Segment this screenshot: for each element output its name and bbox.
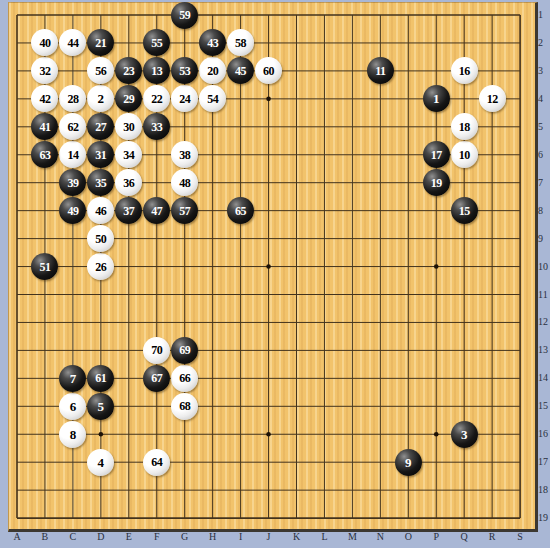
move-number: 39 bbox=[67, 176, 78, 188]
stone-black-59-at-G1[interactable]: 59 bbox=[171, 2, 198, 29]
col-label-Q: Q bbox=[456, 531, 472, 543]
move-number: 54 bbox=[207, 92, 218, 104]
move-number: 4 bbox=[98, 455, 105, 468]
row-label-4: 4 bbox=[538, 93, 550, 105]
move-number: 63 bbox=[39, 148, 50, 160]
col-label-E: E bbox=[121, 531, 137, 543]
move-number: 29 bbox=[123, 92, 134, 104]
move-number: 64 bbox=[151, 456, 162, 468]
col-label-F: F bbox=[149, 531, 165, 543]
move-number: 30 bbox=[123, 120, 134, 132]
row-label-14: 14 bbox=[538, 372, 550, 384]
row-label-15: 15 bbox=[538, 400, 550, 412]
move-number: 19 bbox=[431, 176, 442, 188]
stone-white-16-at-Q3[interactable]: 16 bbox=[451, 57, 478, 84]
stone-white-18-at-Q5[interactable]: 18 bbox=[451, 113, 478, 140]
row-label-12: 12 bbox=[538, 316, 550, 328]
col-label-R: R bbox=[484, 531, 500, 543]
row-label-17: 17 bbox=[538, 456, 550, 468]
row-label-3: 3 bbox=[538, 65, 550, 77]
row-label-7: 7 bbox=[538, 177, 550, 189]
row-label-6: 6 bbox=[538, 149, 550, 161]
col-label-G: G bbox=[177, 531, 193, 543]
move-number: 51 bbox=[39, 260, 50, 272]
col-label-P: P bbox=[428, 531, 444, 543]
move-number: 15 bbox=[459, 204, 470, 216]
move-number: 35 bbox=[95, 176, 106, 188]
row-label-11: 11 bbox=[538, 289, 550, 301]
col-label-L: L bbox=[316, 531, 332, 543]
col-label-D: D bbox=[93, 531, 109, 543]
move-number: 44 bbox=[67, 36, 78, 48]
move-number: 42 bbox=[39, 92, 50, 104]
move-number: 18 bbox=[459, 120, 470, 132]
stone-black-3-at-Q16[interactable]: 3 bbox=[451, 421, 478, 448]
stone-white-12-at-R4[interactable]: 12 bbox=[479, 85, 506, 112]
stone-black-5-at-D15[interactable]: 5 bbox=[87, 393, 114, 420]
row-label-16: 16 bbox=[538, 428, 550, 440]
col-label-K: K bbox=[289, 531, 305, 543]
move-number: 50 bbox=[95, 232, 106, 244]
move-number: 41 bbox=[39, 120, 50, 132]
col-label-H: H bbox=[205, 531, 221, 543]
row-label-10: 10 bbox=[538, 261, 550, 273]
move-number: 68 bbox=[179, 400, 190, 412]
move-number: 26 bbox=[95, 260, 106, 272]
col-label-B: B bbox=[37, 531, 53, 543]
stone-black-17-at-P6[interactable]: 17 bbox=[423, 141, 450, 168]
move-number: 46 bbox=[95, 204, 106, 216]
move-number: 40 bbox=[39, 36, 50, 48]
move-number: 34 bbox=[123, 148, 134, 160]
move-number: 13 bbox=[151, 64, 162, 76]
col-label-O: O bbox=[400, 531, 416, 543]
stone-white-8-at-C16[interactable]: 8 bbox=[59, 421, 86, 448]
move-number: 6 bbox=[70, 399, 77, 412]
move-number: 20 bbox=[207, 64, 218, 76]
move-number: 43 bbox=[207, 36, 218, 48]
move-number: 49 bbox=[67, 204, 78, 216]
stone-white-64-at-F17[interactable]: 64 bbox=[143, 449, 170, 476]
move-number: 8 bbox=[70, 427, 77, 440]
move-number: 60 bbox=[263, 64, 274, 76]
move-number: 17 bbox=[431, 148, 442, 160]
col-label-M: M bbox=[344, 531, 360, 543]
move-number: 14 bbox=[67, 148, 78, 160]
move-number: 66 bbox=[179, 372, 190, 384]
row-label-13: 13 bbox=[538, 344, 550, 356]
col-label-J: J bbox=[261, 531, 277, 543]
move-number: 58 bbox=[235, 36, 246, 48]
stone-black-67-at-F14[interactable]: 67 bbox=[143, 365, 170, 392]
move-number: 21 bbox=[95, 36, 106, 48]
stone-black-9-at-O17[interactable]: 9 bbox=[395, 449, 422, 476]
stone-black-19-at-P7[interactable]: 19 bbox=[423, 169, 450, 196]
move-number: 23 bbox=[123, 64, 134, 76]
stone-white-6-at-C15[interactable]: 6 bbox=[59, 393, 86, 420]
col-label-N: N bbox=[372, 531, 388, 543]
move-number: 47 bbox=[151, 204, 162, 216]
row-label-5: 5 bbox=[538, 121, 550, 133]
row-label-9: 9 bbox=[538, 233, 550, 245]
row-label-2: 2 bbox=[538, 37, 550, 49]
col-label-S: S bbox=[512, 531, 528, 543]
stone-white-68-at-G15[interactable]: 68 bbox=[171, 393, 198, 420]
move-number: 37 bbox=[123, 204, 134, 216]
go-diagram: 1234567891011121314151617181920212223242… bbox=[0, 0, 550, 548]
move-number: 56 bbox=[95, 64, 106, 76]
col-label-C: C bbox=[65, 531, 81, 543]
move-number: 22 bbox=[151, 92, 162, 104]
move-number: 5 bbox=[98, 399, 105, 412]
move-number: 16 bbox=[459, 64, 470, 76]
stone-black-15-at-Q8[interactable]: 15 bbox=[451, 197, 478, 224]
move-number: 45 bbox=[235, 64, 246, 76]
move-number: 3 bbox=[461, 427, 468, 440]
move-number: 12 bbox=[487, 92, 498, 104]
move-number: 38 bbox=[179, 148, 190, 160]
move-number: 48 bbox=[179, 176, 190, 188]
move-number: 27 bbox=[95, 120, 106, 132]
move-number: 62 bbox=[67, 120, 78, 132]
move-number: 1 bbox=[433, 92, 440, 105]
move-number: 65 bbox=[235, 204, 246, 216]
move-number: 67 bbox=[151, 372, 162, 384]
move-number: 61 bbox=[95, 372, 106, 384]
move-number: 55 bbox=[151, 36, 162, 48]
move-number: 70 bbox=[151, 344, 162, 356]
move-number: 59 bbox=[179, 9, 190, 21]
col-label-I: I bbox=[233, 531, 249, 543]
stone-black-69-at-G13[interactable]: 69 bbox=[171, 337, 198, 364]
stone-white-66-at-G14[interactable]: 66 bbox=[171, 365, 198, 392]
move-number: 69 bbox=[179, 344, 190, 356]
stone-black-61-at-D14[interactable]: 61 bbox=[87, 365, 114, 392]
move-number: 36 bbox=[123, 176, 134, 188]
move-number: 7 bbox=[70, 371, 77, 384]
row-label-8: 8 bbox=[538, 205, 550, 217]
move-number: 31 bbox=[95, 148, 106, 160]
move-number: 28 bbox=[67, 92, 78, 104]
stone-black-1-at-P4[interactable]: 1 bbox=[423, 85, 450, 112]
move-number: 57 bbox=[179, 204, 190, 216]
move-number: 11 bbox=[375, 64, 385, 76]
move-number: 10 bbox=[459, 148, 470, 160]
stone-white-70-at-F13[interactable]: 70 bbox=[143, 337, 170, 364]
move-number: 53 bbox=[179, 64, 190, 76]
row-label-1: 1 bbox=[538, 9, 550, 21]
row-label-19: 19 bbox=[538, 512, 550, 524]
move-number: 33 bbox=[151, 120, 162, 132]
stone-white-10-at-Q6[interactable]: 10 bbox=[451, 141, 478, 168]
row-label-18: 18 bbox=[538, 484, 550, 496]
col-label-A: A bbox=[9, 531, 25, 543]
move-number: 32 bbox=[39, 64, 50, 76]
stone-white-4-at-D17[interactable]: 4 bbox=[87, 449, 114, 476]
move-number: 9 bbox=[405, 455, 412, 468]
move-number: 24 bbox=[179, 92, 190, 104]
move-number: 2 bbox=[98, 92, 105, 105]
